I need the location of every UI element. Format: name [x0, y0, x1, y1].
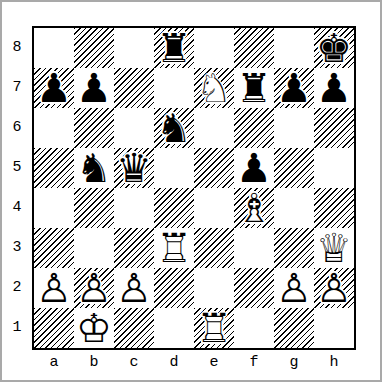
piece-black-king[interactable]: ♚: [314, 28, 354, 68]
square-c3[interactable]: [114, 228, 154, 268]
square-g8[interactable]: [274, 28, 314, 68]
rank-label-7: 7: [2, 68, 32, 108]
square-f1[interactable]: [234, 308, 274, 348]
square-d6[interactable]: ♞: [154, 108, 194, 148]
piece-glyph: ♙: [34, 267, 74, 307]
square-a3[interactable]: [34, 228, 74, 268]
square-g7[interactable]: ♟: [274, 68, 314, 108]
piece-glyph: ♖: [154, 227, 194, 267]
square-f5[interactable]: ♟: [234, 148, 274, 188]
square-d7[interactable]: [154, 68, 194, 108]
file-label-b: b: [74, 351, 114, 375]
square-h3[interactable]: ♛♕: [314, 228, 354, 268]
piece-glyph: ♟: [274, 67, 314, 107]
file-labels: abcdefgh: [34, 351, 354, 375]
file-label-c: c: [114, 351, 154, 375]
piece-white-bishop[interactable]: ♝♗: [234, 188, 274, 228]
rank-label-4: 4: [2, 188, 32, 228]
rank-label-6: 6: [2, 108, 32, 148]
square-h5[interactable]: [314, 148, 354, 188]
piece-glyph: ♕: [314, 227, 354, 267]
piece-glyph: ♙: [274, 267, 314, 307]
file-label-h: h: [314, 351, 354, 375]
piece-white-king[interactable]: ♚♔: [74, 308, 114, 348]
square-e3[interactable]: [194, 228, 234, 268]
piece-white-pawn[interactable]: ♟♙: [34, 268, 74, 308]
piece-glyph: ♞: [74, 147, 114, 187]
square-a5[interactable]: [34, 148, 74, 188]
rank-label-3: 3: [2, 228, 32, 268]
square-g6[interactable]: [274, 108, 314, 148]
piece-glyph: ♙: [114, 267, 154, 307]
square-f4[interactable]: ♝♗: [234, 188, 274, 228]
square-b1[interactable]: ♚♔: [74, 308, 114, 348]
file-label-f: f: [234, 351, 274, 375]
square-h2[interactable]: ♟♙: [314, 268, 354, 308]
piece-glyph: ♟: [314, 67, 354, 107]
square-e1[interactable]: ♜♖: [194, 308, 234, 348]
piece-black-knight[interactable]: ♞: [74, 148, 114, 188]
piece-black-rook[interactable]: ♜: [234, 68, 274, 108]
chess-board: ♜♚♟♟♞♘♜♟♟♞♞♛♟♝♗♜♖♛♕♟♙♟♙♟♙♟♙♟♙♚♔♜♖: [32, 26, 356, 350]
square-f6[interactable]: [234, 108, 274, 148]
rank-label-5: 5: [2, 148, 32, 188]
square-f3[interactable]: [234, 228, 274, 268]
piece-black-pawn[interactable]: ♟: [74, 68, 114, 108]
square-b7[interactable]: ♟: [74, 68, 114, 108]
file-label-d: d: [154, 351, 194, 375]
piece-white-rook[interactable]: ♜♖: [194, 308, 234, 348]
piece-white-queen[interactable]: ♛♕: [314, 228, 354, 268]
file-label-a: a: [34, 351, 74, 375]
piece-black-pawn[interactable]: ♟: [34, 68, 74, 108]
square-g4[interactable]: [274, 188, 314, 228]
square-g5[interactable]: [274, 148, 314, 188]
piece-glyph: ♞: [154, 107, 194, 147]
piece-glyph: ♖: [194, 307, 234, 347]
square-a2[interactable]: ♟♙: [34, 268, 74, 308]
square-f8[interactable]: [234, 28, 274, 68]
square-b3[interactable]: [74, 228, 114, 268]
square-a1[interactable]: [34, 308, 74, 348]
piece-black-pawn[interactable]: ♟: [274, 68, 314, 108]
square-c7[interactable]: [114, 68, 154, 108]
piece-glyph: ♜: [154, 27, 194, 67]
square-c8[interactable]: [114, 28, 154, 68]
rank-label-8: 8: [2, 28, 32, 68]
piece-glyph: ♘: [194, 67, 234, 107]
square-b6[interactable]: [74, 108, 114, 148]
square-d8[interactable]: ♜: [154, 28, 194, 68]
piece-glyph: ♛: [114, 147, 154, 187]
square-h8[interactable]: ♚: [314, 28, 354, 68]
square-e4[interactable]: [194, 188, 234, 228]
square-h6[interactable]: [314, 108, 354, 148]
rank-label-2: 2: [2, 268, 32, 308]
piece-white-pawn[interactable]: ♟♙: [74, 268, 114, 308]
piece-black-knight[interactable]: ♞: [154, 108, 194, 148]
piece-black-pawn[interactable]: ♟: [234, 148, 274, 188]
square-a8[interactable]: [34, 28, 74, 68]
square-b8[interactable]: [74, 28, 114, 68]
square-h4[interactable]: [314, 188, 354, 228]
square-b4[interactable]: [74, 188, 114, 228]
piece-glyph: ♟: [234, 147, 274, 187]
file-label-g: g: [274, 351, 314, 375]
square-e5[interactable]: [194, 148, 234, 188]
piece-white-pawn[interactable]: ♟♙: [314, 268, 354, 308]
square-b2[interactable]: ♟♙: [74, 268, 114, 308]
piece-white-rook[interactable]: ♜♖: [154, 228, 194, 268]
square-d3[interactable]: ♜♖: [154, 228, 194, 268]
square-c2[interactable]: ♟♙: [114, 268, 154, 308]
piece-glyph: ♟: [34, 67, 74, 107]
square-d4[interactable]: [154, 188, 194, 228]
piece-white-pawn[interactable]: ♟♙: [114, 268, 154, 308]
square-g3[interactable]: [274, 228, 314, 268]
piece-white-knight[interactable]: ♞♘: [194, 68, 234, 108]
square-b5[interactable]: ♞: [74, 148, 114, 188]
square-e2[interactable]: [194, 268, 234, 308]
square-h1[interactable]: [314, 308, 354, 348]
piece-black-queen[interactable]: ♛: [114, 148, 154, 188]
square-c5[interactable]: ♛: [114, 148, 154, 188]
square-e7[interactable]: ♞♘: [194, 68, 234, 108]
piece-white-pawn[interactable]: ♟♙: [274, 268, 314, 308]
square-f2[interactable]: [234, 268, 274, 308]
square-g2[interactable]: ♟♙: [274, 268, 314, 308]
rank-label-1: 1: [2, 308, 32, 348]
square-d1[interactable]: [154, 308, 194, 348]
square-d2[interactable]: [154, 268, 194, 308]
file-label-e: e: [194, 351, 234, 375]
piece-glyph: ♗: [234, 187, 274, 227]
square-c4[interactable]: [114, 188, 154, 228]
piece-glyph: ♚: [314, 27, 354, 67]
square-a4[interactable]: [34, 188, 74, 228]
square-h7[interactable]: ♟: [314, 68, 354, 108]
piece-glyph: ♙: [74, 267, 114, 307]
chess-diagram: 87654321 ♜♚♟♟♞♘♜♟♟♞♞♛♟♝♗♜♖♛♕♟♙♟♙♟♙♟♙♟♙♚♔…: [0, 0, 382, 382]
rank-labels: 87654321: [2, 28, 32, 348]
square-g1[interactable]: [274, 308, 314, 348]
square-e6[interactable]: [194, 108, 234, 148]
square-f7[interactable]: ♜: [234, 68, 274, 108]
square-c6[interactable]: [114, 108, 154, 148]
square-a6[interactable]: [34, 108, 74, 148]
square-d5[interactable]: [154, 148, 194, 188]
square-e8[interactable]: [194, 28, 234, 68]
piece-black-rook[interactable]: ♜: [154, 28, 194, 68]
piece-glyph: ♜: [234, 67, 274, 107]
piece-glyph: ♙: [314, 267, 354, 307]
square-a7[interactable]: ♟: [34, 68, 74, 108]
piece-glyph: ♟: [74, 67, 114, 107]
piece-black-pawn[interactable]: ♟: [314, 68, 354, 108]
square-c1[interactable]: [114, 308, 154, 348]
piece-glyph: ♔: [74, 307, 114, 347]
